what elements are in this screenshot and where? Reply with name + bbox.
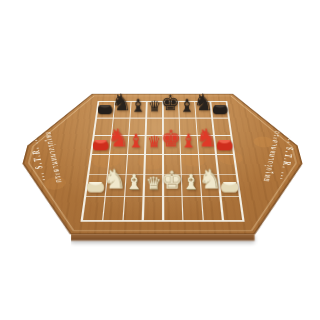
board-cell[interactable] — [102, 197, 124, 221]
piece-white-king[interactable]: ♚ — [161, 167, 183, 192]
board-cell[interactable]: ♞ — [113, 101, 131, 117]
board-cell[interactable]: ♞ — [200, 175, 221, 197]
piece-white-knight[interactable]: ♞ — [102, 165, 126, 192]
board-cell[interactable]: ♝ — [127, 135, 146, 154]
board-cell[interactable] — [82, 197, 105, 221]
piece-red-king[interactable]: ♚ — [161, 127, 181, 150]
piece-black-king[interactable]: ♚ — [161, 93, 180, 114]
board-cell[interactable] — [221, 197, 244, 221]
board-cell[interactable]: ♚ — [162, 135, 180, 154]
piece-red-queen[interactable]: ♛ — [147, 134, 161, 150]
board-cell[interactable]: ♝ — [124, 175, 144, 197]
board-cell[interactable]: ♞ — [197, 135, 216, 154]
board-cell[interactable]: ♚ — [162, 101, 179, 117]
piece-white-pawn[interactable] — [184, 205, 200, 213]
board-cell[interactable]: ♞ — [194, 101, 212, 117]
piece-red-bishop[interactable]: ♝ — [127, 131, 144, 150]
board-grid: ♞♝♛♚♝♞♞♝♛♚♝♞♞♝♛♚♝♞ — [80, 101, 244, 222]
piece-white-pawn[interactable] — [204, 205, 220, 213]
piece-red-rook[interactable] — [217, 140, 233, 150]
piece-white-pawn[interactable] — [145, 205, 161, 213]
piece-white-knight[interactable]: ♞ — [198, 165, 222, 192]
board-cell[interactable]: ♚ — [163, 175, 182, 197]
piece-black-queen[interactable]: ♛ — [148, 100, 161, 115]
piece-red-knight[interactable]: ♞ — [107, 125, 129, 150]
piece-white-pawn[interactable] — [125, 205, 141, 213]
piece-white-rook[interactable] — [87, 181, 104, 192]
piece-red-knight[interactable]: ♞ — [196, 125, 218, 150]
board-cell[interactable] — [201, 197, 223, 221]
piece-white-rook[interactable] — [221, 181, 238, 192]
piece-black-knight[interactable]: ♞ — [193, 91, 214, 114]
piece-black-knight[interactable]: ♞ — [111, 91, 132, 114]
piece-red-pawn[interactable] — [183, 161, 198, 168]
piece-white-pawn[interactable] — [85, 205, 101, 213]
piece-white-pawn[interactable] — [165, 205, 181, 213]
piece-white-pawn[interactable] — [224, 205, 240, 213]
product-photo-stage: ... S.T.R. ... กระดานหมากรุกไทย กระดานหม… — [0, 0, 320, 320]
board-cell[interactable] — [142, 197, 162, 221]
piece-red-pawn[interactable] — [146, 161, 160, 168]
board-cell[interactable]: ♞ — [109, 135, 128, 154]
piece-black-bishop[interactable]: ♝ — [130, 97, 146, 114]
piece-white-queen[interactable]: ♛ — [145, 175, 160, 192]
board-cell[interactable] — [122, 197, 143, 221]
piece-white-bishop[interactable]: ♝ — [125, 172, 143, 192]
piece-red-rook[interactable] — [93, 140, 109, 150]
piece-black-rook[interactable] — [97, 105, 112, 114]
board-cell[interactable] — [163, 197, 183, 221]
piece-black-rook[interactable] — [213, 105, 228, 114]
piece-red-pawn[interactable] — [128, 161, 143, 168]
board-cell[interactable]: ♝ — [129, 101, 146, 117]
board-front-edge — [71, 234, 255, 241]
piece-white-pawn[interactable] — [105, 205, 121, 213]
board-cell[interactable]: ♞ — [104, 175, 125, 197]
board-cell[interactable] — [182, 197, 203, 221]
perspective-wrapper: ... S.T.R. ... กระดานหมากรุกไทย กระดานหม… — [0, 0, 320, 320]
makruk-board: ... S.T.R. ... กระดานหมากรุกไทย กระดานหม… — [3, 94, 320, 235]
